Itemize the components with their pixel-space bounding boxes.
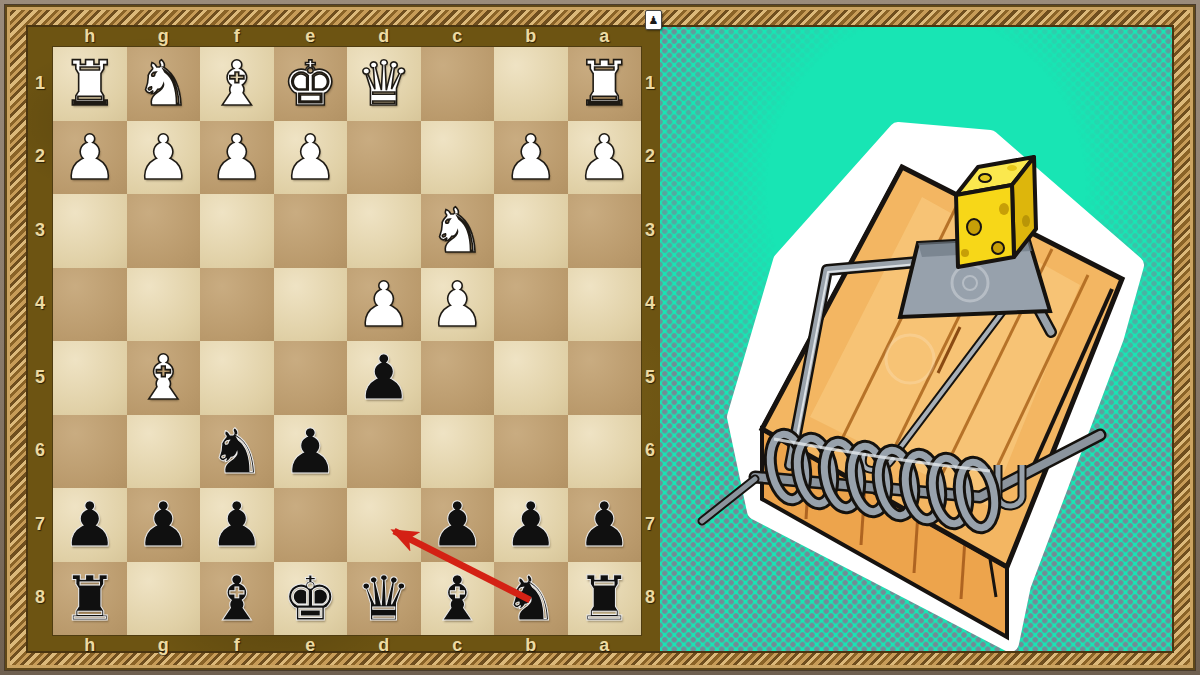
- piece-wB: ♝: [135, 341, 191, 414]
- square-f7[interactable]: ♟: [200, 488, 274, 562]
- file-label-bottom-f: f: [222, 635, 252, 656]
- square-a6[interactable]: [568, 415, 642, 489]
- square-g1[interactable]: ♞: [127, 47, 201, 121]
- square-c5[interactable]: [421, 341, 495, 415]
- square-f2[interactable]: ♟: [200, 121, 274, 195]
- mini-pawn-marker: ♟: [645, 10, 662, 30]
- square-b1[interactable]: [494, 47, 568, 121]
- piece-wQ: ♛: [356, 47, 412, 120]
- square-a8[interactable]: ♜: [568, 562, 642, 636]
- square-f8[interactable]: ♝: [200, 562, 274, 636]
- square-d2[interactable]: [347, 121, 421, 195]
- square-b4[interactable]: [494, 268, 568, 342]
- square-h5[interactable]: [53, 341, 127, 415]
- square-b3[interactable]: [494, 194, 568, 268]
- piece-bR: ♜: [62, 562, 118, 635]
- piece-bN: ♞: [209, 415, 265, 488]
- square-e5[interactable]: [274, 341, 348, 415]
- rank-label-left-7: 7: [25, 514, 55, 535]
- file-label-top-g: g: [148, 26, 178, 47]
- file-label-bottom-a: a: [589, 635, 619, 656]
- square-f6[interactable]: ♞: [200, 415, 274, 489]
- square-f4[interactable]: [200, 268, 274, 342]
- square-b6[interactable]: [494, 415, 568, 489]
- square-d3[interactable]: [347, 194, 421, 268]
- square-f3[interactable]: [200, 194, 274, 268]
- rank-label-left-8: 8: [25, 587, 55, 608]
- piece-bP: ♟: [209, 488, 265, 561]
- piece-bK: ♚: [282, 562, 338, 635]
- square-c1[interactable]: [421, 47, 495, 121]
- square-c4[interactable]: ♟: [421, 268, 495, 342]
- square-e2[interactable]: ♟: [274, 121, 348, 195]
- square-h2[interactable]: ♟: [53, 121, 127, 195]
- piece-wP: ♟: [62, 121, 118, 194]
- square-g7[interactable]: ♟: [127, 488, 201, 562]
- square-g4[interactable]: [127, 268, 201, 342]
- piece-bR: ♜: [576, 562, 632, 635]
- square-b5[interactable]: [494, 341, 568, 415]
- piece-wR: ♜: [62, 47, 118, 120]
- square-e1[interactable]: ♚: [274, 47, 348, 121]
- file-label-bottom-g: g: [148, 635, 178, 656]
- piece-wN: ♞: [135, 47, 191, 120]
- piece-bP: ♟: [62, 488, 118, 561]
- square-c3[interactable]: ♞: [421, 194, 495, 268]
- square-a4[interactable]: [568, 268, 642, 342]
- file-label-bottom-e: e: [295, 635, 325, 656]
- square-d1[interactable]: ♛: [347, 47, 421, 121]
- piece-bP: ♟: [282, 415, 338, 488]
- square-g5[interactable]: ♝: [127, 341, 201, 415]
- piece-bB: ♝: [209, 562, 265, 635]
- square-f5[interactable]: [200, 341, 274, 415]
- square-e7[interactable]: [274, 488, 348, 562]
- rank-label-left-5: 5: [25, 367, 55, 388]
- piece-bP: ♟: [356, 341, 412, 414]
- file-label-top-a: a: [589, 26, 619, 47]
- square-d8[interactable]: ♛: [347, 562, 421, 636]
- square-b7[interactable]: ♟: [494, 488, 568, 562]
- rank-label-left-4: 4: [25, 293, 55, 314]
- piece-wP: ♟: [209, 121, 265, 194]
- square-f1[interactable]: ♝: [200, 47, 274, 121]
- square-e6[interactable]: ♟: [274, 415, 348, 489]
- piece-wK: ♚: [282, 47, 338, 120]
- square-h1[interactable]: ♜: [53, 47, 127, 121]
- piece-wP: ♟: [135, 121, 191, 194]
- piece-wP: ♟: [282, 121, 338, 194]
- square-h3[interactable]: [53, 194, 127, 268]
- piece-wP: ♟: [503, 121, 559, 194]
- rank-label-left-2: 2: [25, 146, 55, 167]
- square-c2[interactable]: [421, 121, 495, 195]
- square-c8[interactable]: ♝: [421, 562, 495, 636]
- square-h8[interactable]: ♜: [53, 562, 127, 636]
- square-b2[interactable]: ♟: [494, 121, 568, 195]
- framed-scene: hhggffeeddccbbaa1122334455667788 ♜♞♝♚♛♜♟…: [0, 0, 1200, 675]
- rank-label-left-3: 3: [25, 220, 55, 241]
- square-c7[interactable]: ♟: [421, 488, 495, 562]
- piece-bP: ♟: [135, 488, 191, 561]
- piece-bP: ♟: [576, 488, 632, 561]
- chess-board-panel: hhggffeeddccbbaa1122334455667788 ♜♞♝♚♛♜♟…: [28, 27, 660, 651]
- chess-board[interactable]: ♜♞♝♚♛♜♟♟♟♟♟♟♞♟♟♝♟♞♟♟♟♟♟♟♟♜♝♚♛♝♞♜: [53, 47, 641, 635]
- piece-wB: ♝: [209, 47, 265, 120]
- rank-label-left-1: 1: [25, 73, 55, 94]
- square-a1[interactable]: ♜: [568, 47, 642, 121]
- piece-bP: ♟: [429, 488, 485, 561]
- square-g3[interactable]: [127, 194, 201, 268]
- piece-bQ: ♛: [356, 562, 412, 635]
- square-e3[interactable]: [274, 194, 348, 268]
- square-d5[interactable]: ♟: [347, 341, 421, 415]
- illustration-panel: [660, 27, 1172, 651]
- piece-wP: ♟: [356, 268, 412, 341]
- mousetrap-illustration: [660, 27, 1172, 651]
- square-a2[interactable]: ♟: [568, 121, 642, 195]
- piece-bB: ♝: [429, 562, 485, 635]
- file-label-bottom-d: d: [369, 635, 399, 656]
- content-area: hhggffeeddccbbaa1122334455667788 ♜♞♝♚♛♜♟…: [28, 27, 1172, 651]
- square-e8[interactable]: ♚: [274, 562, 348, 636]
- file-label-top-d: d: [369, 26, 399, 47]
- file-label-top-c: c: [442, 26, 472, 47]
- piece-bP: ♟: [503, 488, 559, 561]
- file-label-top-b: b: [516, 26, 546, 47]
- file-label-bottom-c: c: [442, 635, 472, 656]
- square-d4[interactable]: ♟: [347, 268, 421, 342]
- square-b8[interactable]: ♞: [494, 562, 568, 636]
- square-g2[interactable]: ♟: [127, 121, 201, 195]
- square-e4[interactable]: [274, 268, 348, 342]
- file-label-top-e: e: [295, 26, 325, 47]
- file-label-top-h: h: [75, 26, 105, 47]
- piece-wR: ♜: [576, 47, 632, 120]
- square-a5[interactable]: [568, 341, 642, 415]
- file-label-top-f: f: [222, 26, 252, 47]
- square-d7[interactable]: [347, 488, 421, 562]
- piece-wP: ♟: [429, 268, 485, 341]
- square-d6[interactable]: [347, 415, 421, 489]
- square-g6[interactable]: [127, 415, 201, 489]
- piece-wN: ♞: [429, 194, 485, 267]
- square-h4[interactable]: [53, 268, 127, 342]
- file-label-bottom-b: b: [516, 635, 546, 656]
- square-a7[interactable]: ♟: [568, 488, 642, 562]
- piece-wP: ♟: [576, 121, 632, 194]
- square-h7[interactable]: ♟: [53, 488, 127, 562]
- square-c6[interactable]: [421, 415, 495, 489]
- file-label-bottom-h: h: [75, 635, 105, 656]
- square-g8[interactable]: [127, 562, 201, 636]
- square-h6[interactable]: [53, 415, 127, 489]
- piece-bN: ♞: [503, 562, 559, 635]
- square-a3[interactable]: [568, 194, 642, 268]
- rank-label-left-6: 6: [25, 440, 55, 461]
